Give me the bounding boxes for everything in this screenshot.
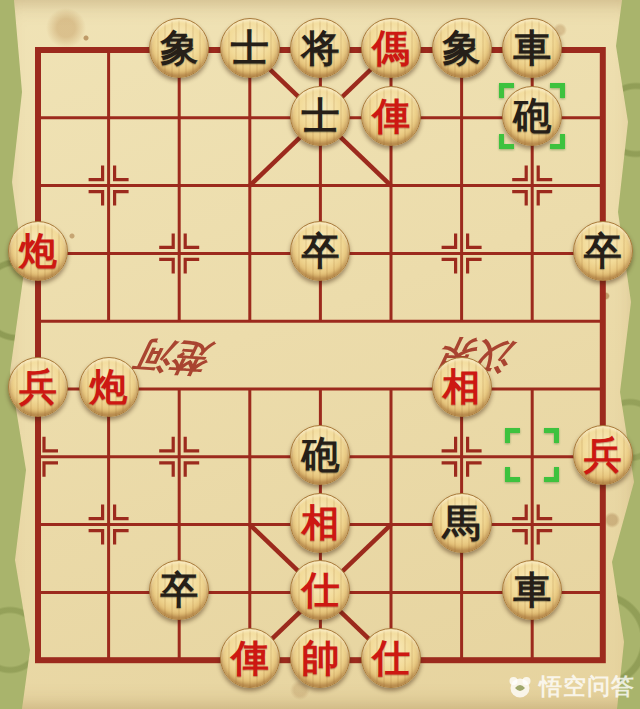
piece-black-elephant[interactable]: 象 [149, 18, 209, 78]
piece-black-soldier[interactable]: 卒 [573, 221, 633, 281]
piece-black-soldier[interactable]: 卒 [290, 221, 350, 281]
piece-black-soldier[interactable]: 卒 [149, 560, 209, 620]
piece-black-advisor[interactable]: 士 [220, 18, 280, 78]
piece-red-soldier[interactable]: 兵 [573, 425, 633, 485]
piece-black-cannon[interactable]: 砲 [290, 425, 350, 485]
piece-black-elephant[interactable]: 象 [432, 18, 492, 78]
piece-red-cannon[interactable]: 炮 [8, 221, 68, 281]
piece-red-soldier[interactable]: 兵 [8, 357, 68, 417]
piece-black-chariot[interactable]: 車 [502, 560, 562, 620]
piece-black-general[interactable]: 将 [290, 18, 350, 78]
piece-red-advisor[interactable]: 仕 [290, 560, 350, 620]
pieces-layer: 象士将傌象車士俥砲炮卒卒兵炮相砲兵相馬卒仕車俥帥仕 [0, 0, 640, 709]
watermark-text: 悟空问答 [539, 675, 635, 698]
piece-red-elephant[interactable]: 相 [432, 357, 492, 417]
piece-red-chariot[interactable]: 俥 [361, 86, 421, 146]
piece-red-chariot[interactable]: 俥 [220, 628, 280, 688]
piece-red-general[interactable]: 帥 [290, 628, 350, 688]
watermark: 悟空问答 [506, 668, 635, 704]
last-move-from-marker [505, 428, 559, 482]
piece-red-elephant[interactable]: 相 [290, 493, 350, 553]
piece-red-cannon[interactable]: 炮 [79, 357, 139, 417]
piece-black-chariot[interactable]: 車 [502, 18, 562, 78]
wukong-logo-icon [506, 672, 534, 700]
piece-black-advisor[interactable]: 士 [290, 86, 350, 146]
piece-red-advisor[interactable]: 仕 [361, 628, 421, 688]
piece-black-cannon[interactable]: 砲 [502, 86, 562, 146]
xiangqi-app: 楚河 汉界 象士将傌象車士俥砲炮卒卒兵炮相砲兵相馬卒仕車俥帥仕 悟空问答 [0, 0, 640, 709]
piece-red-horse[interactable]: 傌 [361, 18, 421, 78]
piece-black-horse[interactable]: 馬 [432, 493, 492, 553]
